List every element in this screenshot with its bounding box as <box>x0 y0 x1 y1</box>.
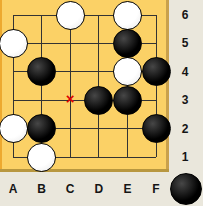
intersection-F5[interactable] <box>142 29 171 58</box>
intersection-E4[interactable] <box>113 57 142 86</box>
intersection-A5[interactable] <box>0 29 28 58</box>
intersection-F6[interactable] <box>142 1 171 30</box>
intersection-E5[interactable] <box>113 29 142 58</box>
intersection-B6[interactable] <box>27 1 56 30</box>
intersection-C1[interactable] <box>56 143 85 172</box>
stone-black-E3 <box>113 86 142 115</box>
stones-layer: × <box>0 0 203 206</box>
stone-white-C6 <box>56 1 85 30</box>
stone-black-F2 <box>142 114 171 143</box>
intersection-D5[interactable] <box>84 29 113 58</box>
stone-black-E5 <box>113 29 142 58</box>
intersection-A4[interactable] <box>0 57 28 86</box>
intersection-D1[interactable] <box>84 143 113 172</box>
intersection-C2[interactable] <box>56 114 85 143</box>
mark-x-C3: × <box>63 91 77 107</box>
stone-white-E4 <box>113 57 142 86</box>
intersection-A3[interactable] <box>0 86 28 115</box>
stone-black-F4 <box>142 57 171 86</box>
intersection-D2[interactable] <box>84 114 113 143</box>
stone-black-B4 <box>27 57 56 86</box>
intersection-A6[interactable] <box>0 1 28 30</box>
intersection-B4[interactable] <box>27 57 56 86</box>
stone-white-A5 <box>0 29 28 58</box>
intersection-E6[interactable] <box>113 1 142 30</box>
intersection-F1[interactable] <box>142 143 171 172</box>
intersection-C5[interactable] <box>56 29 85 58</box>
intersection-D6[interactable] <box>84 1 113 30</box>
intersection-C6[interactable] <box>56 1 85 30</box>
go-board-panel: × ABCDEF 654321 <box>0 0 203 206</box>
intersection-D3[interactable] <box>84 86 113 115</box>
intersection-E2[interactable] <box>113 114 142 143</box>
intersection-F4[interactable] <box>142 57 171 86</box>
stone-white-B1 <box>27 143 56 172</box>
intersection-B5[interactable] <box>27 29 56 58</box>
intersection-A2[interactable] <box>0 114 28 143</box>
intersection-B2[interactable] <box>27 114 56 143</box>
intersection-E1[interactable] <box>113 143 142 172</box>
stone-white-A2 <box>0 114 28 143</box>
intersection-B3[interactable] <box>27 86 56 115</box>
next-player-indicator-stone <box>170 173 202 205</box>
stone-white-E6 <box>113 1 142 30</box>
intersection-B1[interactable] <box>27 143 56 172</box>
intersection-F2[interactable] <box>142 114 171 143</box>
intersection-E3[interactable] <box>113 86 142 115</box>
intersection-F3[interactable] <box>142 86 171 115</box>
stone-black-D3 <box>84 86 113 115</box>
stone-black-B2 <box>27 114 56 143</box>
intersection-C4[interactable] <box>56 57 85 86</box>
intersection-D4[interactable] <box>84 57 113 86</box>
intersection-A1[interactable] <box>0 143 28 172</box>
